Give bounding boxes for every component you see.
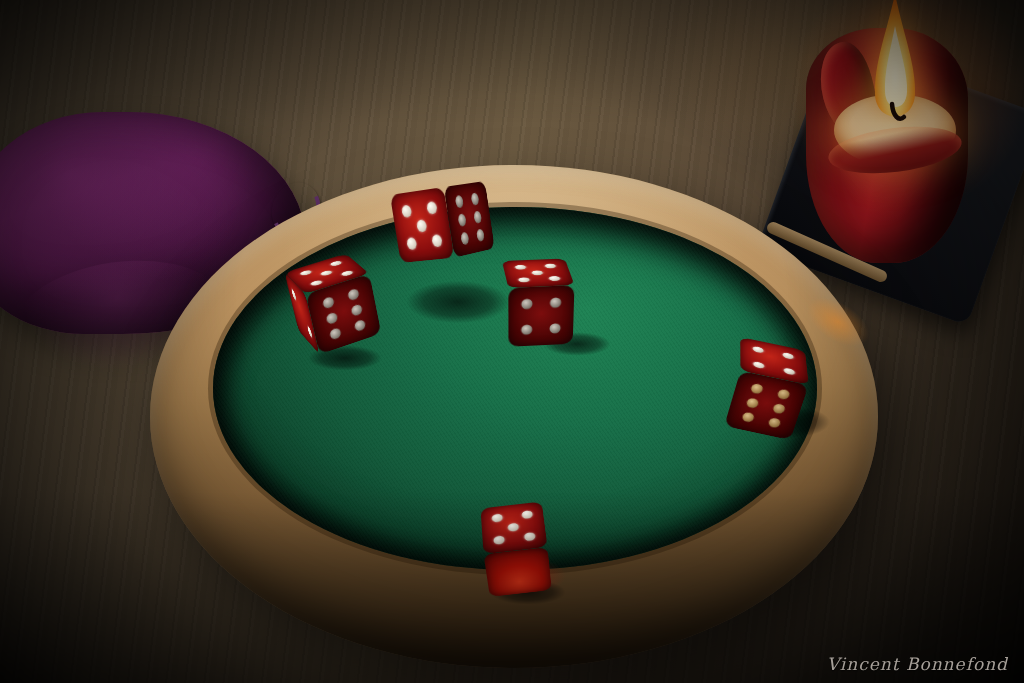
die-pip (350, 304, 363, 317)
die-pip (746, 397, 760, 409)
die-4[interactable] (724, 353, 806, 421)
die-pip (550, 297, 561, 308)
die-2[interactable] (295, 263, 370, 342)
die-pip (319, 270, 333, 277)
dice-layer (0, 0, 1024, 683)
die-pip (750, 383, 764, 395)
die-pip (753, 346, 764, 354)
die-pip (531, 270, 543, 275)
die-pip (330, 327, 343, 340)
die-pip (783, 367, 795, 375)
die-pip (326, 311, 339, 325)
die-5-face-top-5 (481, 501, 548, 554)
die-pip (458, 213, 467, 227)
die-pip (460, 231, 469, 245)
photo-scene: Vincent Bonnefond (0, 0, 1024, 683)
die-pip (401, 204, 412, 217)
die-pip (406, 237, 417, 250)
die-pip (340, 270, 354, 277)
die-pip (521, 325, 532, 336)
die-pip (426, 201, 438, 215)
die-pip (544, 263, 556, 268)
die-3-face-front-4 (508, 285, 574, 347)
die-3[interactable] (505, 271, 569, 332)
die-pip (492, 514, 504, 523)
die-pip (322, 296, 335, 310)
die-pip (754, 361, 765, 369)
die-pip (432, 234, 444, 247)
die-pip (471, 193, 480, 206)
die-pip (521, 510, 533, 519)
die-pip (347, 288, 360, 302)
die-pip (307, 324, 313, 338)
die-pip (771, 403, 785, 415)
die-pip (476, 228, 485, 241)
die-pip (507, 523, 519, 532)
die-pip (776, 388, 790, 400)
die-pip (299, 270, 313, 277)
photographer-credit: Vincent Bonnefond (827, 654, 1008, 674)
die-pip (514, 265, 526, 270)
die-3-face-top-5 (502, 258, 575, 288)
die-pip (329, 260, 343, 266)
die-pip (521, 299, 532, 310)
die-5[interactable] (482, 524, 549, 574)
die-pip (549, 323, 560, 333)
die-pip (517, 277, 530, 282)
die-pip (353, 319, 365, 332)
die-pip (309, 279, 323, 286)
die-pip (767, 417, 781, 428)
die-pip (291, 288, 297, 302)
die-pip (455, 195, 464, 209)
die-pip (742, 412, 756, 423)
die-pip (416, 219, 427, 232)
die-pip (493, 535, 505, 545)
die-pip (782, 352, 793, 360)
die-1[interactable] (412, 184, 475, 258)
die-pip (549, 276, 562, 281)
die-pip (473, 211, 482, 224)
die-5-face-front-0 (484, 547, 552, 597)
die-pip (524, 532, 536, 542)
